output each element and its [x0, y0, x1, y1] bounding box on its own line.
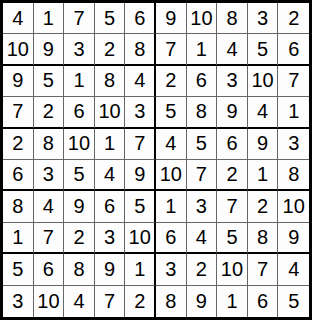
sudoku-board: 4175691083210932871456951842631077261035…: [0, 0, 312, 320]
cell-r9c5[interactable]: 1: [125, 254, 156, 285]
cell-r6c10[interactable]: 8: [278, 160, 309, 191]
cell-r9c8[interactable]: 10: [217, 254, 248, 285]
cell-r6c1[interactable]: 6: [3, 160, 34, 191]
cell-r8c2[interactable]: 7: [34, 223, 65, 254]
cell-r3c10[interactable]: 7: [278, 66, 309, 97]
cell-r7c1[interactable]: 8: [3, 191, 34, 222]
cell-r8c6[interactable]: 6: [156, 223, 187, 254]
cell-r1c3[interactable]: 7: [64, 3, 95, 34]
cell-r5c9[interactable]: 9: [248, 129, 279, 160]
cell-r7c2[interactable]: 4: [34, 191, 65, 222]
cell-r9c2[interactable]: 6: [34, 254, 65, 285]
cell-r10c1[interactable]: 3: [3, 286, 34, 317]
cell-r5c8[interactable]: 6: [217, 129, 248, 160]
cell-r10c2[interactable]: 10: [34, 286, 65, 317]
cell-r2c8[interactable]: 4: [217, 34, 248, 65]
cell-r3c9[interactable]: 10: [248, 66, 279, 97]
cell-r7c10[interactable]: 10: [278, 191, 309, 222]
cell-r9c6[interactable]: 3: [156, 254, 187, 285]
cell-r5c5[interactable]: 7: [125, 129, 156, 160]
cell-r10c8[interactable]: 1: [217, 286, 248, 317]
cell-r1c7[interactable]: 10: [187, 3, 218, 34]
cell-r3c8[interactable]: 3: [217, 66, 248, 97]
cell-r4c3[interactable]: 6: [64, 97, 95, 128]
cell-r8c8[interactable]: 5: [217, 223, 248, 254]
cell-r1c5[interactable]: 6: [125, 3, 156, 34]
cell-r6c8[interactable]: 2: [217, 160, 248, 191]
cell-r10c10[interactable]: 5: [278, 286, 309, 317]
cell-r3c7[interactable]: 6: [187, 66, 218, 97]
cell-r5c2[interactable]: 8: [34, 129, 65, 160]
cell-r6c9[interactable]: 1: [248, 160, 279, 191]
cell-r7c7[interactable]: 3: [187, 191, 218, 222]
cell-r4c8[interactable]: 9: [217, 97, 248, 128]
cell-r9c4[interactable]: 9: [95, 254, 126, 285]
cell-r10c7[interactable]: 9: [187, 286, 218, 317]
cell-r9c1[interactable]: 5: [3, 254, 34, 285]
cell-r2c5[interactable]: 8: [125, 34, 156, 65]
cell-r4c6[interactable]: 5: [156, 97, 187, 128]
cell-r3c6[interactable]: 2: [156, 66, 187, 97]
cell-r5c7[interactable]: 5: [187, 129, 218, 160]
cell-r10c9[interactable]: 6: [248, 286, 279, 317]
cell-r1c2[interactable]: 1: [34, 3, 65, 34]
cell-r1c1[interactable]: 4: [3, 3, 34, 34]
cell-r9c3[interactable]: 8: [64, 254, 95, 285]
cell-r9c10[interactable]: 4: [278, 254, 309, 285]
cell-r2c1[interactable]: 10: [3, 34, 34, 65]
cell-r8c9[interactable]: 8: [248, 223, 279, 254]
cell-r7c3[interactable]: 9: [64, 191, 95, 222]
cell-r10c4[interactable]: 7: [95, 286, 126, 317]
cell-r5c6[interactable]: 4: [156, 129, 187, 160]
cell-r8c5[interactable]: 10: [125, 223, 156, 254]
cell-r7c4[interactable]: 6: [95, 191, 126, 222]
cell-r3c4[interactable]: 8: [95, 66, 126, 97]
cell-r4c1[interactable]: 7: [3, 97, 34, 128]
cell-r5c3[interactable]: 10: [64, 129, 95, 160]
cell-r2c9[interactable]: 5: [248, 34, 279, 65]
cell-r3c5[interactable]: 4: [125, 66, 156, 97]
cell-r1c4[interactable]: 5: [95, 3, 126, 34]
cell-r4c2[interactable]: 2: [34, 97, 65, 128]
cell-r3c1[interactable]: 9: [3, 66, 34, 97]
cell-r9c9[interactable]: 7: [248, 254, 279, 285]
cell-r6c5[interactable]: 9: [125, 160, 156, 191]
cell-r8c10[interactable]: 9: [278, 223, 309, 254]
cell-r7c6[interactable]: 1: [156, 191, 187, 222]
cell-r3c3[interactable]: 1: [64, 66, 95, 97]
cell-r6c6[interactable]: 10: [156, 160, 187, 191]
cell-r10c5[interactable]: 2: [125, 286, 156, 317]
cell-r3c2[interactable]: 5: [34, 66, 65, 97]
cell-r6c4[interactable]: 4: [95, 160, 126, 191]
cell-r2c7[interactable]: 1: [187, 34, 218, 65]
cell-r8c3[interactable]: 2: [64, 223, 95, 254]
cell-r7c8[interactable]: 7: [217, 191, 248, 222]
cell-r7c5[interactable]: 5: [125, 191, 156, 222]
cell-r2c4[interactable]: 2: [95, 34, 126, 65]
cell-r1c10[interactable]: 2: [278, 3, 309, 34]
cell-r4c5[interactable]: 3: [125, 97, 156, 128]
cell-r6c7[interactable]: 7: [187, 160, 218, 191]
cell-r10c3[interactable]: 4: [64, 286, 95, 317]
cell-r2c3[interactable]: 3: [64, 34, 95, 65]
cell-r9c7[interactable]: 2: [187, 254, 218, 285]
cell-r6c2[interactable]: 3: [34, 160, 65, 191]
cell-r4c10[interactable]: 1: [278, 97, 309, 128]
cell-r2c2[interactable]: 9: [34, 34, 65, 65]
cell-r4c4[interactable]: 10: [95, 97, 126, 128]
cell-r5c10[interactable]: 3: [278, 129, 309, 160]
cell-r6c3[interactable]: 5: [64, 160, 95, 191]
cell-r10c6[interactable]: 8: [156, 286, 187, 317]
cell-r4c7[interactable]: 8: [187, 97, 218, 128]
cell-r8c7[interactable]: 4: [187, 223, 218, 254]
cell-r2c10[interactable]: 6: [278, 34, 309, 65]
cell-r1c6[interactable]: 9: [156, 3, 187, 34]
cell-r1c9[interactable]: 3: [248, 3, 279, 34]
cell-r8c4[interactable]: 3: [95, 223, 126, 254]
cell-r8c1[interactable]: 1: [3, 223, 34, 254]
cell-r1c8[interactable]: 8: [217, 3, 248, 34]
cell-r7c9[interactable]: 2: [248, 191, 279, 222]
cell-r4c9[interactable]: 4: [248, 97, 279, 128]
cell-r5c1[interactable]: 2: [3, 129, 34, 160]
cell-r2c6[interactable]: 7: [156, 34, 187, 65]
cell-r5c4[interactable]: 1: [95, 129, 126, 160]
